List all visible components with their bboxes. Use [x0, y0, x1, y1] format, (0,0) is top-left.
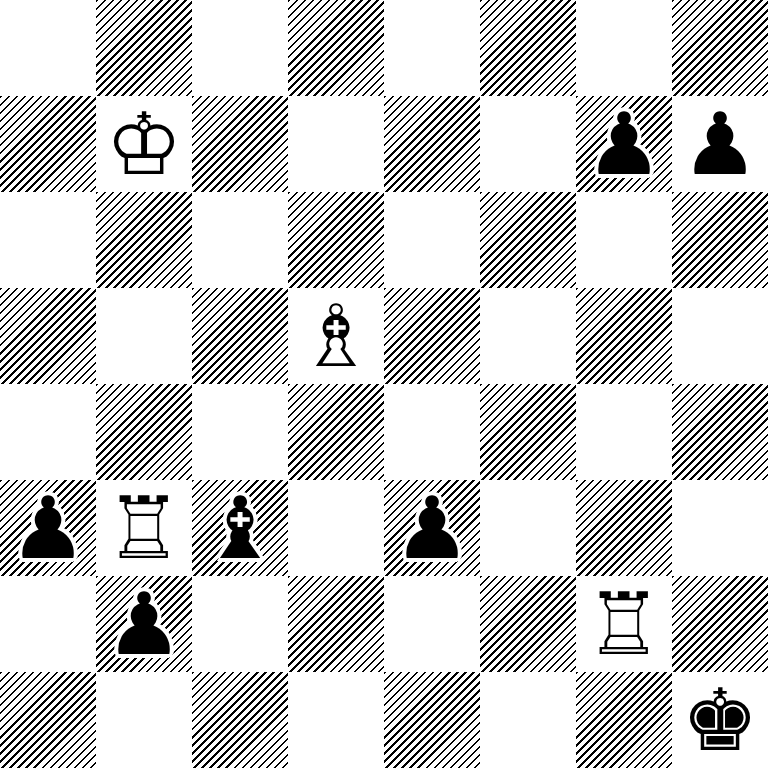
square-a6[interactable]	[0, 192, 96, 288]
square-g3[interactable]	[576, 480, 672, 576]
square-h8[interactable]	[672, 0, 768, 96]
square-b1[interactable]	[96, 672, 192, 768]
square-g6[interactable]	[576, 192, 672, 288]
white-rook-b3: ♖	[105, 480, 182, 576]
square-h1[interactable]: ♚	[672, 672, 768, 768]
square-b7[interactable]: ♔	[96, 96, 192, 192]
square-f3[interactable]	[480, 480, 576, 576]
square-c8[interactable]	[192, 0, 288, 96]
square-h7[interactable]: ♟	[672, 96, 768, 192]
square-d2[interactable]	[288, 576, 384, 672]
square-e2[interactable]	[384, 576, 480, 672]
square-e7[interactable]	[384, 96, 480, 192]
square-b6[interactable]	[96, 192, 192, 288]
square-c5[interactable]	[192, 288, 288, 384]
square-a4[interactable]	[0, 384, 96, 480]
square-b4[interactable]	[96, 384, 192, 480]
white-king-b7: ♔	[105, 96, 182, 192]
square-f2[interactable]	[480, 576, 576, 672]
square-h2[interactable]	[672, 576, 768, 672]
square-c4[interactable]	[192, 384, 288, 480]
square-f6[interactable]	[480, 192, 576, 288]
square-g4[interactable]	[576, 384, 672, 480]
square-b2[interactable]: ♟	[96, 576, 192, 672]
square-d7[interactable]	[288, 96, 384, 192]
black-pawn-h7: ♟	[681, 96, 758, 192]
black-pawn-b2: ♟	[105, 576, 182, 672]
square-c6[interactable]	[192, 192, 288, 288]
square-f5[interactable]	[480, 288, 576, 384]
square-e4[interactable]	[384, 384, 480, 480]
square-d8[interactable]	[288, 0, 384, 96]
square-d4[interactable]	[288, 384, 384, 480]
square-d6[interactable]	[288, 192, 384, 288]
square-b3[interactable]: ♖	[96, 480, 192, 576]
square-e3[interactable]: ♟	[384, 480, 480, 576]
black-pawn-e3: ♟	[393, 480, 470, 576]
square-h4[interactable]	[672, 384, 768, 480]
white-rook-g2: ♖	[585, 576, 662, 672]
square-g7[interactable]: ♟	[576, 96, 672, 192]
square-e8[interactable]	[384, 0, 480, 96]
chess-board: ♔♟♟♗♟♖♝♟♟♖♚	[0, 0, 768, 768]
white-bishop-d5: ♗	[297, 288, 374, 384]
black-bishop-c3: ♝	[201, 480, 278, 576]
square-a1[interactable]	[0, 672, 96, 768]
square-h6[interactable]	[672, 192, 768, 288]
square-f7[interactable]	[480, 96, 576, 192]
square-a3[interactable]: ♟	[0, 480, 96, 576]
square-b8[interactable]	[96, 0, 192, 96]
square-a7[interactable]	[0, 96, 96, 192]
square-e5[interactable]	[384, 288, 480, 384]
black-pawn-a3: ♟	[9, 480, 86, 576]
square-c2[interactable]	[192, 576, 288, 672]
square-d1[interactable]	[288, 672, 384, 768]
black-pawn-g7: ♟	[585, 96, 662, 192]
black-king-h1: ♚	[681, 672, 758, 768]
square-h3[interactable]	[672, 480, 768, 576]
square-a5[interactable]	[0, 288, 96, 384]
square-a8[interactable]	[0, 0, 96, 96]
square-d5[interactable]: ♗	[288, 288, 384, 384]
square-g1[interactable]	[576, 672, 672, 768]
square-e6[interactable]	[384, 192, 480, 288]
square-f8[interactable]	[480, 0, 576, 96]
square-f1[interactable]	[480, 672, 576, 768]
square-g2[interactable]: ♖	[576, 576, 672, 672]
square-c1[interactable]	[192, 672, 288, 768]
square-f4[interactable]	[480, 384, 576, 480]
square-b5[interactable]	[96, 288, 192, 384]
square-a2[interactable]	[0, 576, 96, 672]
square-g5[interactable]	[576, 288, 672, 384]
square-d3[interactable]	[288, 480, 384, 576]
square-g8[interactable]	[576, 0, 672, 96]
square-c3[interactable]: ♝	[192, 480, 288, 576]
square-e1[interactable]	[384, 672, 480, 768]
square-h5[interactable]	[672, 288, 768, 384]
square-c7[interactable]	[192, 96, 288, 192]
